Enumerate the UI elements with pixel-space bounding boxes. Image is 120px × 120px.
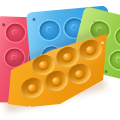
center-post: [73, 68, 84, 78]
donut-cavity: [39, 19, 61, 40]
donut-cavity: [5, 23, 25, 42]
center-post: [84, 44, 95, 54]
center-post: [50, 75, 61, 85]
hanging-hole: [32, 17, 35, 20]
center-post: [11, 54, 17, 60]
center-post: [37, 59, 48, 69]
center-post: [61, 51, 72, 61]
hanging-hole: [104, 69, 108, 73]
center-post: [12, 29, 18, 35]
center-post: [26, 82, 37, 92]
center-post: [96, 27, 103, 34]
donut-cavity: [4, 48, 24, 67]
center-post: [71, 24, 78, 31]
product-photo: [0, 0, 120, 120]
center-post: [115, 56, 120, 63]
donut-cavity: [107, 49, 120, 71]
hanging-hole: [28, 105, 32, 109]
donut-cavity: [113, 26, 120, 48]
hanging-hole: [2, 23, 5, 26]
center-post: [46, 26, 53, 33]
hanging-hole: [101, 41, 105, 45]
